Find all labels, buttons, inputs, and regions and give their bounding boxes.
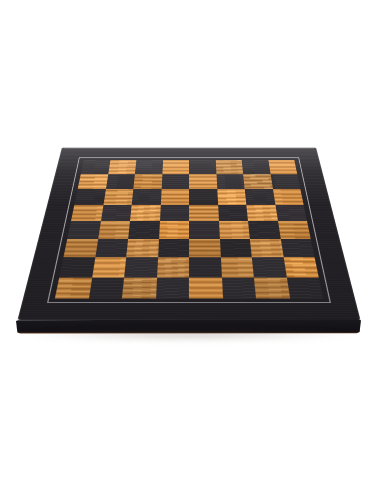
board-square [133,174,162,189]
board-square [272,189,303,205]
board-square [135,160,163,174]
board-square [126,239,158,258]
board-square [189,221,219,239]
board-square [280,239,314,258]
board-square [189,204,219,221]
board-square [270,174,300,189]
board-square [189,277,223,298]
board-square [189,257,221,277]
product-photo [0,0,381,492]
board-square [124,257,157,277]
board-square [74,189,105,205]
board-square [242,160,271,174]
board-square [246,204,277,221]
board-square [243,174,272,189]
board-square [275,204,307,221]
board-square [189,174,217,189]
board-square [268,160,297,174]
board-square [254,277,290,298]
board-square [216,174,245,189]
board-square [158,239,189,258]
board-far-edge-highlight [63,148,314,149]
board-square [252,257,287,277]
board-square [155,277,189,298]
board-frame [17,148,360,321]
board-square [81,160,110,174]
board-square [162,160,189,174]
board-square [215,160,243,174]
board-square [59,257,95,277]
board-square [189,160,216,174]
board-square [132,189,161,205]
board-square [157,257,189,277]
board-square [98,221,130,239]
board-square [55,277,92,298]
board-square [92,257,127,277]
board-square [189,189,218,205]
board-square [218,204,248,221]
board-square [283,257,319,277]
board-square [95,239,128,258]
board-square [189,239,220,258]
board-square [160,189,189,205]
board-square [130,204,160,221]
board-square [219,221,250,239]
board-square [248,221,280,239]
board-square [221,277,256,298]
board-square [101,204,132,221]
board-square [217,189,246,205]
board-square [122,277,157,298]
board-square [71,204,103,221]
board-square [103,189,133,205]
board-square [161,174,189,189]
board-square [159,221,189,239]
board-square [128,221,159,239]
board-square [219,239,251,258]
board-square [286,277,323,298]
board-square [63,239,97,258]
chess-board [17,148,360,321]
board-square [78,174,108,189]
board-square [67,221,100,239]
board-square [88,277,124,298]
board-square [245,189,275,205]
board-square [220,257,253,277]
board-square [278,221,311,239]
board-square [250,239,283,258]
playing-area [55,160,323,298]
board-shadow [26,331,352,340]
board-square [160,204,190,221]
board-square [106,174,135,189]
board-square [108,160,137,174]
